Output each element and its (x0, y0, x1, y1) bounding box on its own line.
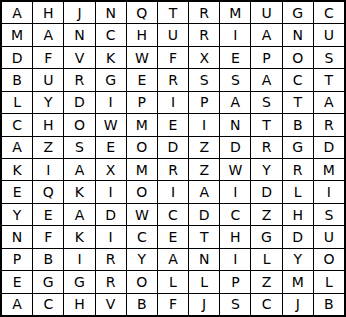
grid-cell[interactable]: O (127, 137, 157, 158)
grid-cell[interactable]: D (314, 137, 344, 158)
grid-cell[interactable]: H (33, 114, 63, 135)
grid-cell[interactable]: O (127, 271, 157, 292)
grid-cell[interactable]: E (96, 137, 126, 158)
grid-cell[interactable]: H (283, 204, 313, 225)
grid-cell[interactable]: Y (283, 249, 313, 270)
grid-cell[interactable]: N (220, 114, 250, 135)
grid-cell[interactable]: A (2, 137, 32, 158)
grid-cell[interactable]: R (251, 137, 281, 158)
grid-cell[interactable]: K (96, 47, 126, 68)
grid-cell[interactable]: C (220, 204, 250, 225)
grid-cell[interactable]: G (283, 137, 313, 158)
grid-cell[interactable]: P (2, 249, 32, 270)
grid-cell[interactable]: D (96, 204, 126, 225)
grid-cell[interactable]: W (96, 114, 126, 135)
grid-cell[interactable]: A (314, 92, 344, 113)
word-search-puzzle: AHJNQTRMUGCMANCHURIANUDFVKWFXEPOSBURGERS… (0, 0, 346, 317)
grid-cell[interactable]: A (33, 24, 63, 45)
grid-cell[interactable]: F (33, 226, 63, 247)
grid-cell[interactable]: O (314, 249, 344, 270)
grid-cell[interactable]: D (251, 181, 281, 202)
grid-cell[interactable]: O (127, 181, 157, 202)
grid-cell[interactable]: M (220, 2, 250, 23)
grid-cell[interactable]: T (314, 69, 344, 90)
grid-cell[interactable]: A (2, 2, 32, 23)
grid-cell[interactable]: R (189, 2, 219, 23)
grid-cell[interactable]: C (283, 69, 313, 90)
grid-cell[interactable]: G (283, 2, 313, 23)
grid-cell[interactable]: G (251, 226, 281, 247)
grid-cell[interactable]: L (314, 271, 344, 292)
grid-cell[interactable]: A (189, 181, 219, 202)
grid-cell[interactable]: Q (33, 181, 63, 202)
grid-cell[interactable]: G (96, 69, 126, 90)
grid-cell[interactable]: C (33, 294, 63, 315)
grid-cell[interactable]: I (96, 181, 126, 202)
grid-cell[interactable]: C (2, 114, 32, 135)
grid-cell[interactable]: C (158, 204, 188, 225)
grid-cell[interactable]: A (251, 24, 281, 45)
grid-cell[interactable]: E (2, 181, 32, 202)
grid-cell[interactable]: T (251, 114, 281, 135)
grid-cell[interactable]: M (2, 24, 32, 45)
grid-cell[interactable]: U (158, 24, 188, 45)
grid-cell[interactable]: B (2, 69, 32, 90)
grid-cell[interactable]: H (33, 2, 63, 23)
grid-cell[interactable]: F (33, 47, 63, 68)
grid-cell[interactable]: P (127, 92, 157, 113)
grid-cell[interactable]: I (158, 181, 188, 202)
grid-cell[interactable]: R (96, 271, 126, 292)
grid-cell[interactable]: K (64, 226, 94, 247)
grid-cell[interactable]: I (96, 92, 126, 113)
grid-cell[interactable]: Z (189, 159, 219, 180)
grid-cell[interactable]: U (33, 69, 63, 90)
grid-cell[interactable]: J (189, 294, 219, 315)
grid-cell[interactable]: J (64, 2, 94, 23)
grid-cell[interactable]: N (283, 24, 313, 45)
grid-cell[interactable]: I (96, 226, 126, 247)
grid-cell[interactable]: T (189, 226, 219, 247)
grid-cell[interactable]: D (64, 92, 94, 113)
grid-cell[interactable]: Y (2, 204, 32, 225)
grid-cell[interactable]: M (283, 271, 313, 292)
grid-cell[interactable]: H (64, 294, 94, 315)
grid-cell[interactable]: U (314, 226, 344, 247)
grid-cell[interactable]: V (64, 47, 94, 68)
grid-cell[interactable]: I (189, 114, 219, 135)
grid-cell[interactable]: H (220, 226, 250, 247)
grid-cell[interactable]: P (251, 47, 281, 68)
grid-cell[interactable]: C (314, 2, 344, 23)
grid-cell[interactable]: V (96, 294, 126, 315)
word-search-grid: AHJNQTRMUGCMANCHURIANUDFVKWFXEPOSBURGERS… (0, 0, 346, 317)
grid-cell[interactable]: P (220, 271, 250, 292)
grid-cell[interactable]: K (64, 181, 94, 202)
grid-cell[interactable]: I (220, 249, 250, 270)
grid-cell[interactable]: A (220, 92, 250, 113)
grid-cell[interactable]: L (189, 271, 219, 292)
grid-cell[interactable]: N (96, 2, 126, 23)
grid-cell[interactable]: N (189, 249, 219, 270)
grid-cell[interactable]: F (158, 294, 188, 315)
grid-cell[interactable]: Q (127, 2, 157, 23)
grid-cell[interactable]: D (2, 47, 32, 68)
grid-cell[interactable]: D (158, 137, 188, 158)
grid-cell[interactable]: N (2, 226, 32, 247)
grid-cell[interactable]: X (96, 159, 126, 180)
grid-cell[interactable]: C (96, 24, 126, 45)
grid-cell[interactable]: O (64, 114, 94, 135)
grid-cell[interactable]: B (283, 114, 313, 135)
grid-cell[interactable]: L (158, 271, 188, 292)
grid-cell[interactable]: L (251, 249, 281, 270)
grid-cell[interactable]: Z (251, 271, 281, 292)
grid-cell[interactable]: C (251, 294, 281, 315)
grid-cell[interactable]: F (158, 47, 188, 68)
grid-cell[interactable]: W (127, 204, 157, 225)
grid-cell[interactable]: L (2, 92, 32, 113)
grid-cell[interactable]: S (64, 137, 94, 158)
grid-cell[interactable]: I (220, 24, 250, 45)
grid-cell[interactable]: H (127, 24, 157, 45)
grid-cell[interactable]: B (33, 249, 63, 270)
grid-cell[interactable]: R (64, 69, 94, 90)
grid-cell[interactable]: K (2, 159, 32, 180)
grid-cell[interactable]: U (314, 24, 344, 45)
grid-cell[interactable]: I (64, 249, 94, 270)
grid-cell[interactable]: I (158, 92, 188, 113)
grid-cell[interactable]: N (64, 24, 94, 45)
grid-cell[interactable]: I (33, 159, 63, 180)
grid-cell[interactable]: Y (251, 159, 281, 180)
grid-cell[interactable]: M (314, 159, 344, 180)
grid-cell[interactable]: T (283, 92, 313, 113)
grid-cell[interactable]: Z (33, 137, 63, 158)
grid-cell[interactable]: O (283, 47, 313, 68)
grid-cell[interactable]: B (127, 294, 157, 315)
grid-cell[interactable]: M (127, 114, 157, 135)
grid-cell[interactable]: E (220, 47, 250, 68)
grid-cell[interactable]: J (283, 294, 313, 315)
grid-cell[interactable]: I (314, 181, 344, 202)
grid-cell[interactable]: R (189, 24, 219, 45)
grid-cell[interactable]: I (220, 181, 250, 202)
grid-cell[interactable]: E (2, 271, 32, 292)
grid-cell[interactable]: A (158, 249, 188, 270)
grid-cell[interactable]: D (220, 137, 250, 158)
grid-cell[interactable]: D (189, 204, 219, 225)
grid-cell[interactable]: U (251, 2, 281, 23)
grid-cell[interactable]: E (158, 114, 188, 135)
grid-cell[interactable]: Y (127, 249, 157, 270)
grid-cell[interactable]: L (283, 181, 313, 202)
grid-cell[interactable]: S (314, 204, 344, 225)
grid-cell[interactable]: R (314, 114, 344, 135)
grid-cell[interactable]: S (220, 294, 250, 315)
grid-cell[interactable]: B (314, 294, 344, 315)
grid-cell[interactable]: M (127, 159, 157, 180)
grid-cell[interactable]: R (283, 159, 313, 180)
grid-cell[interactable]: A (251, 69, 281, 90)
grid-cell[interactable]: X (189, 47, 219, 68)
grid-cell[interactable]: G (64, 271, 94, 292)
grid-cell[interactable]: E (127, 69, 157, 90)
grid-cell[interactable]: P (189, 92, 219, 113)
grid-cell[interactable]: S (251, 92, 281, 113)
grid-cell[interactable]: Z (189, 137, 219, 158)
grid-cell[interactable]: D (283, 226, 313, 247)
grid-cell[interactable]: E (158, 226, 188, 247)
grid-cell[interactable]: S (314, 47, 344, 68)
grid-cell[interactable]: S (220, 69, 250, 90)
grid-cell[interactable]: A (2, 294, 32, 315)
grid-cell[interactable]: R (158, 69, 188, 90)
grid-cell[interactable]: Y (33, 92, 63, 113)
grid-cell[interactable]: C (127, 226, 157, 247)
grid-cell[interactable]: R (158, 159, 188, 180)
grid-cell[interactable]: W (220, 159, 250, 180)
grid-cell[interactable]: T (158, 2, 188, 23)
grid-cell[interactable]: A (64, 159, 94, 180)
grid-cell[interactable]: R (96, 249, 126, 270)
grid-cell[interactable]: W (127, 47, 157, 68)
grid-cell[interactable]: A (64, 204, 94, 225)
grid-cell[interactable]: E (33, 204, 63, 225)
grid-cell[interactable]: Z (251, 204, 281, 225)
grid-cell[interactable]: S (189, 69, 219, 90)
grid-cell[interactable]: G (33, 271, 63, 292)
